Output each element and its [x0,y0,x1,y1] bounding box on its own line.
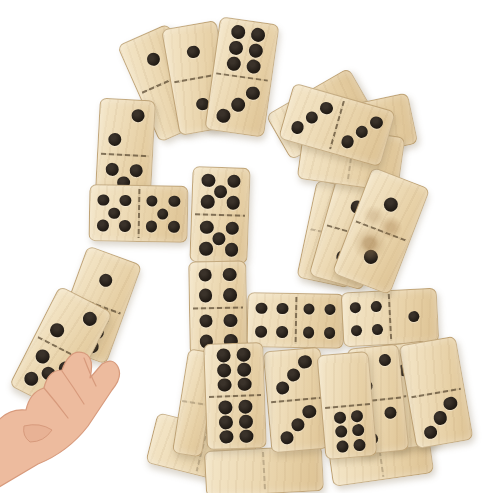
domino-half-a [90,185,139,241]
pip [225,243,239,257]
pip [186,44,201,59]
pip [433,410,449,426]
pip [108,133,122,147]
pip [39,364,58,383]
domino-half-b [263,446,323,493]
pip [287,368,302,383]
domino-half-a [342,291,392,346]
pip [97,272,114,289]
pip [230,25,246,41]
pip [277,303,289,315]
domino-half-b [205,73,270,137]
pip [245,85,261,101]
domino-half-a [318,352,372,408]
domino-half-a [98,99,155,157]
domino-half-a [248,293,296,347]
pip [298,355,313,370]
pip [303,327,315,339]
pip [443,396,459,412]
pip [223,268,237,282]
domino-half-b [190,214,248,263]
pip [354,124,369,139]
pip [378,354,391,367]
domino-half-a [205,449,265,493]
domino-half-b [268,398,328,453]
pip [280,431,295,446]
pip [97,194,109,206]
pip [370,301,382,313]
pip [212,232,226,246]
pip [255,326,267,338]
dominoes-scene [0,0,500,493]
pip [304,110,319,125]
pip [218,401,232,415]
pip [97,220,109,232]
pip [226,196,240,210]
pip [214,185,228,199]
pip [201,173,215,187]
pip [108,207,120,219]
pip [81,309,100,328]
pip [324,304,336,316]
pip [250,27,266,43]
pip [119,220,131,232]
pip [224,314,238,328]
pip [57,359,76,378]
domino-tile-bc-66[interactable] [203,342,267,450]
domino-half-b [322,403,376,459]
pip [199,314,213,328]
pip [362,248,381,267]
pip [408,310,420,322]
pip [236,348,250,362]
pip [238,400,252,414]
pip [105,162,119,176]
pip [382,196,401,215]
pip [33,347,52,366]
pip [168,196,180,208]
pip [372,324,384,336]
pip [319,100,334,115]
pip [145,51,162,68]
pip [217,349,231,363]
pip [199,242,213,256]
pip [146,195,158,207]
pip [227,174,241,188]
pip [217,363,231,377]
pip [239,429,253,443]
pip [275,381,290,396]
domino-half-b [138,186,187,242]
pip [246,58,262,74]
pip [45,381,64,400]
pip [423,424,439,440]
pip [201,195,215,209]
pip [239,414,253,428]
pip [120,195,132,207]
pip [336,440,349,453]
domino-half-b [408,388,472,448]
pip [198,268,212,282]
pip [218,378,232,392]
pip [333,411,346,424]
pip [130,164,144,178]
pip [200,220,214,234]
domino-tile-chain-c1[interactable] [189,166,250,264]
domino-half-a [192,167,250,216]
pip [228,40,244,56]
pip [168,221,180,233]
pip [216,108,232,124]
pip [350,302,362,314]
pip [199,288,213,302]
pip [290,120,305,135]
pip [303,303,315,315]
pip [237,377,251,391]
pip [351,325,363,337]
pip [237,362,251,376]
domino-tile-chain-h1[interactable] [89,184,189,243]
pip [369,115,384,130]
pip [22,369,41,388]
domino-half-a [189,262,246,309]
pip [291,418,306,433]
pip [230,97,246,113]
pip [145,220,157,232]
pip [350,410,363,423]
pip [219,415,233,429]
domino-half-a [204,343,264,397]
domino-tile-chain-h3[interactable] [341,288,440,348]
pip [351,424,364,437]
domino-tile-chain-h2[interactable] [247,292,345,349]
domino-tile-bc-flat-mid[interactable] [204,445,324,493]
pip [132,109,146,123]
pip [340,134,355,149]
pip [248,43,264,59]
pip [352,438,365,451]
domino-half-b [206,395,266,449]
pip [324,327,336,339]
domino-half-a [213,18,278,82]
pip [157,208,169,220]
domino-half-a [264,348,324,403]
pip [223,288,237,302]
domino-half-b [295,294,343,348]
pip [383,406,396,419]
pip [48,321,67,340]
pip [219,430,233,444]
pip [226,56,242,72]
domino-half-b [389,289,439,344]
pip [334,425,347,438]
domino-tile-chain-c2[interactable] [188,261,248,356]
domino-tile-br-06[interactable] [317,351,378,460]
pip [256,302,268,314]
pip [276,326,288,338]
pip [225,221,239,235]
pip [302,405,317,420]
